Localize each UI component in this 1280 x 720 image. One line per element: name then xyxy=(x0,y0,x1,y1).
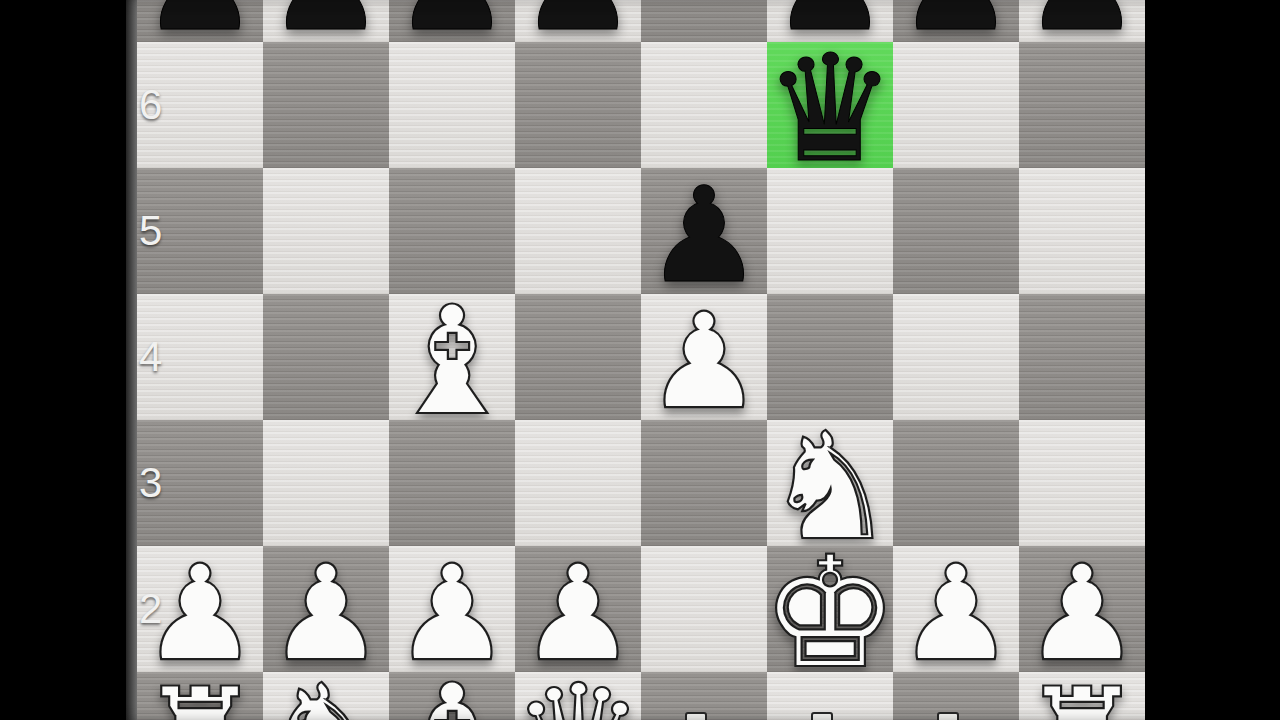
square-e5[interactable]: ♟ xyxy=(641,168,767,294)
square-g2[interactable]: ♟ xyxy=(893,546,1019,672)
square-h1[interactable]: ♜ xyxy=(1019,672,1145,720)
square-e3[interactable] xyxy=(641,420,767,546)
square-h4[interactable] xyxy=(1019,294,1145,420)
square-b1[interactable]: ♞ xyxy=(263,672,389,720)
square-h5[interactable] xyxy=(1019,168,1145,294)
square-d4[interactable] xyxy=(515,294,641,420)
square-h6[interactable] xyxy=(1019,42,1145,168)
square-h3[interactable] xyxy=(1019,420,1145,546)
black-queen[interactable]: ♛ xyxy=(764,35,897,183)
white-king[interactable]: ♚ xyxy=(761,536,899,690)
square-f5[interactable] xyxy=(767,168,893,294)
square-g5[interactable] xyxy=(893,168,1019,294)
white-rook[interactable]: ♜ xyxy=(1020,670,1144,720)
white-knight[interactable]: ♞ xyxy=(260,665,393,720)
white-pawn[interactable]: ♟ xyxy=(897,547,1015,679)
square-a2[interactable]: 2♟ xyxy=(137,546,263,672)
square-a3[interactable]: 3 xyxy=(137,420,263,546)
square-a4[interactable]: 4 xyxy=(137,294,263,420)
square-h2[interactable]: ♟ xyxy=(1019,546,1145,672)
square-a1[interactable]: 1♜ xyxy=(137,672,263,720)
square-d6[interactable] xyxy=(515,42,641,168)
square-a6[interactable]: 6 xyxy=(137,42,263,168)
video-frame: ♟♟♟♟♟♟♟6♛5♟4♝♟3♞2♟♟♟♟♚♟♟1♜♞♝♛♜ xyxy=(0,0,1280,720)
square-b5[interactable] xyxy=(263,168,389,294)
square-a7[interactable]: ♟ xyxy=(137,0,263,42)
square-c6[interactable] xyxy=(389,42,515,168)
square-d1[interactable]: ♛ xyxy=(515,672,641,720)
cropped-piece-top xyxy=(685,712,707,720)
square-g4[interactable] xyxy=(893,294,1019,420)
square-f6[interactable]: ♛ xyxy=(767,42,893,168)
white-queen[interactable]: ♛ xyxy=(512,665,645,720)
rank-label-4: 4 xyxy=(139,333,162,381)
white-rook[interactable]: ♜ xyxy=(138,670,262,720)
square-c1[interactable]: ♝ xyxy=(389,672,515,720)
cropped-piece-top xyxy=(811,712,833,720)
rank-label-3: 3 xyxy=(139,459,162,507)
square-d7[interactable]: ♟ xyxy=(515,0,641,42)
square-g6[interactable] xyxy=(893,42,1019,168)
square-e7[interactable] xyxy=(641,0,767,42)
square-e4[interactable]: ♟ xyxy=(641,294,767,420)
square-e2[interactable] xyxy=(641,546,767,672)
rank-label-5: 5 xyxy=(139,207,162,255)
rank-label-6: 6 xyxy=(139,81,162,129)
square-g7[interactable]: ♟ xyxy=(893,0,1019,42)
white-bishop[interactable]: ♝ xyxy=(385,286,519,436)
chess-board: ♟♟♟♟♟♟♟6♛5♟4♝♟3♞2♟♟♟♟♚♟♟1♜♞♝♛♜ xyxy=(137,0,1145,720)
square-c4[interactable]: ♝ xyxy=(389,294,515,420)
square-g3[interactable] xyxy=(893,420,1019,546)
square-f1[interactable] xyxy=(767,672,893,720)
square-b7[interactable]: ♟ xyxy=(263,0,389,42)
square-g1[interactable] xyxy=(893,672,1019,720)
square-d3[interactable] xyxy=(515,420,641,546)
square-b4[interactable] xyxy=(263,294,389,420)
cropped-piece-top xyxy=(937,712,959,720)
white-bishop[interactable]: ♝ xyxy=(385,664,519,720)
square-c3[interactable] xyxy=(389,420,515,546)
square-f2[interactable]: ♚ xyxy=(767,546,893,672)
square-a5[interactable]: 5 xyxy=(137,168,263,294)
square-b6[interactable] xyxy=(263,42,389,168)
white-pawn[interactable]: ♟ xyxy=(645,295,763,427)
square-h7[interactable]: ♟ xyxy=(1019,0,1145,42)
board-left-edge xyxy=(126,0,137,720)
square-d5[interactable] xyxy=(515,168,641,294)
square-e1[interactable] xyxy=(641,672,767,720)
square-c7[interactable]: ♟ xyxy=(389,0,515,42)
black-pawn[interactable]: ♟ xyxy=(645,169,763,301)
square-b3[interactable] xyxy=(263,420,389,546)
square-e6[interactable] xyxy=(641,42,767,168)
